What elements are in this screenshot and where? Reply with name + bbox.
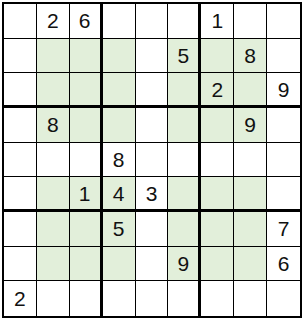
sudoku-cell-r2c3-empty[interactable]: [70, 39, 103, 74]
sudoku-cell-r6c2-empty[interactable]: [37, 177, 70, 212]
sudoku-cell-r7c8-empty[interactable]: [234, 212, 267, 247]
sudoku-cell-r2c9-empty[interactable]: [267, 39, 300, 74]
sudoku-cell-r1c2-given[interactable]: 2: [37, 4, 70, 39]
sudoku-cell-r4c3-empty[interactable]: [70, 108, 103, 143]
sudoku-page: 261582989814357962: [0, 0, 304, 320]
sudoku-cell-r3c8-empty[interactable]: [234, 73, 267, 108]
sudoku-cell-r8c9-given[interactable]: 6: [267, 247, 300, 282]
sudoku-cell-r5c5-empty[interactable]: [136, 143, 169, 178]
sudoku-cell-r6c5-given[interactable]: 3: [136, 177, 169, 212]
sudoku-cell-r5c3-empty[interactable]: [70, 143, 103, 178]
sudoku-cell-r8c8-empty[interactable]: [234, 247, 267, 282]
sudoku-cell-r9c4-empty[interactable]: [103, 281, 136, 316]
sudoku-cell-r4c7-empty[interactable]: [201, 108, 234, 143]
sudoku-cell-r7c1-empty[interactable]: [4, 212, 37, 247]
sudoku-cell-r4c4-empty[interactable]: [103, 108, 136, 143]
sudoku-cell-r5c9-empty[interactable]: [267, 143, 300, 178]
sudoku-cell-r3c4-empty[interactable]: [103, 73, 136, 108]
sudoku-cell-r3c1-empty[interactable]: [4, 73, 37, 108]
sudoku-cell-r5c1-empty[interactable]: [4, 143, 37, 178]
sudoku-cell-r8c5-empty[interactable]: [136, 247, 169, 282]
sudoku-cell-r4c2-given[interactable]: 8: [37, 108, 70, 143]
sudoku-cell-r6c8-empty[interactable]: [234, 177, 267, 212]
sudoku-cell-r4c8-given[interactable]: 9: [234, 108, 267, 143]
sudoku-cell-r8c1-empty[interactable]: [4, 247, 37, 282]
sudoku-cell-r1c3-given[interactable]: 6: [70, 4, 103, 39]
sudoku-cell-r1c1-empty[interactable]: [4, 4, 37, 39]
sudoku-cell-r2c1-empty[interactable]: [4, 39, 37, 74]
sudoku-cell-r8c7-empty[interactable]: [201, 247, 234, 282]
sudoku-cell-r8c6-given[interactable]: 9: [168, 247, 201, 282]
sudoku-cell-r1c4-empty[interactable]: [103, 4, 136, 39]
sudoku-cell-r9c1-given[interactable]: 2: [4, 281, 37, 316]
sudoku-cell-r8c2-empty[interactable]: [37, 247, 70, 282]
sudoku-cell-r8c3-empty[interactable]: [70, 247, 103, 282]
sudoku-cell-r3c3-empty[interactable]: [70, 73, 103, 108]
sudoku-cell-r7c4-given[interactable]: 5: [103, 212, 136, 247]
sudoku-cell-r7c9-given[interactable]: 7: [267, 212, 300, 247]
sudoku-cell-r4c1-empty[interactable]: [4, 108, 37, 143]
sudoku-cell-r5c6-empty[interactable]: [168, 143, 201, 178]
sudoku-cell-r6c3-given[interactable]: 1: [70, 177, 103, 212]
sudoku-cell-r1c5-empty[interactable]: [136, 4, 169, 39]
sudoku-cell-r2c2-empty[interactable]: [37, 39, 70, 74]
sudoku-cell-r2c5-empty[interactable]: [136, 39, 169, 74]
sudoku-cell-r6c9-empty[interactable]: [267, 177, 300, 212]
sudoku-cell-r5c4-given[interactable]: 8: [103, 143, 136, 178]
sudoku-cell-r7c7-empty[interactable]: [201, 212, 234, 247]
sudoku-cell-r7c2-empty[interactable]: [37, 212, 70, 247]
sudoku-cell-r2c6-given[interactable]: 5: [168, 39, 201, 74]
sudoku-cell-r1c9-empty[interactable]: [267, 4, 300, 39]
sudoku-cell-r3c7-given[interactable]: 2: [201, 73, 234, 108]
sudoku-cell-r3c9-given[interactable]: 9: [267, 73, 300, 108]
sudoku-cell-r9c8-empty[interactable]: [234, 281, 267, 316]
sudoku-cell-r2c7-empty[interactable]: [201, 39, 234, 74]
sudoku-cell-r7c3-empty[interactable]: [70, 212, 103, 247]
sudoku-cell-r6c1-empty[interactable]: [4, 177, 37, 212]
sudoku-cell-r4c5-empty[interactable]: [136, 108, 169, 143]
sudoku-cell-r2c8-given[interactable]: 8: [234, 39, 267, 74]
sudoku-cell-r6c7-empty[interactable]: [201, 177, 234, 212]
sudoku-cell-r6c4-given[interactable]: 4: [103, 177, 136, 212]
sudoku-cell-r9c2-empty[interactable]: [37, 281, 70, 316]
sudoku-cell-r9c6-empty[interactable]: [168, 281, 201, 316]
sudoku-board: 261582989814357962: [2, 2, 302, 318]
sudoku-cell-r9c9-empty[interactable]: [267, 281, 300, 316]
sudoku-cell-r5c8-empty[interactable]: [234, 143, 267, 178]
sudoku-cell-r1c7-given[interactable]: 1: [201, 4, 234, 39]
sudoku-cell-r9c5-empty[interactable]: [136, 281, 169, 316]
sudoku-cell-r2c4-empty[interactable]: [103, 39, 136, 74]
sudoku-cell-r3c2-empty[interactable]: [37, 73, 70, 108]
sudoku-cell-r8c4-empty[interactable]: [103, 247, 136, 282]
sudoku-cell-r3c5-empty[interactable]: [136, 73, 169, 108]
sudoku-cell-r7c6-empty[interactable]: [168, 212, 201, 247]
sudoku-cell-r4c6-empty[interactable]: [168, 108, 201, 143]
sudoku-cell-r9c7-empty[interactable]: [201, 281, 234, 316]
sudoku-cell-r5c2-empty[interactable]: [37, 143, 70, 178]
sudoku-cell-r1c6-empty[interactable]: [168, 4, 201, 39]
sudoku-cell-r1c8-empty[interactable]: [234, 4, 267, 39]
sudoku-cell-r7c5-empty[interactable]: [136, 212, 169, 247]
sudoku-cell-r6c6-empty[interactable]: [168, 177, 201, 212]
sudoku-cell-r3c6-empty[interactable]: [168, 73, 201, 108]
sudoku-cell-r5c7-empty[interactable]: [201, 143, 234, 178]
sudoku-cell-r9c3-empty[interactable]: [70, 281, 103, 316]
sudoku-cell-r4c9-empty[interactable]: [267, 108, 300, 143]
